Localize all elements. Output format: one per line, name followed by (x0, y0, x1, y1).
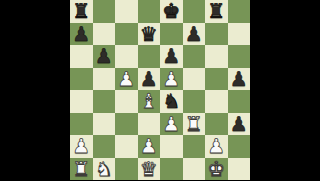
square-d2[interactable]: ♟ (138, 135, 161, 158)
square-d7[interactable]: ♛ (138, 23, 161, 46)
square-c7[interactable] (115, 23, 138, 46)
square-f8[interactable] (183, 0, 206, 23)
square-f7[interactable]: ♟ (183, 23, 206, 46)
square-f2[interactable] (183, 135, 206, 158)
square-f5[interactable] (183, 68, 206, 91)
square-g5[interactable] (205, 68, 228, 91)
square-b4[interactable] (93, 90, 116, 113)
square-h2[interactable] (228, 135, 251, 158)
white-pawn-piece: ♟ (162, 112, 180, 135)
black-rook-piece: ♜ (207, 0, 225, 22)
square-d1[interactable]: ♛ (138, 158, 161, 181)
square-c8[interactable] (115, 0, 138, 23)
black-pawn-piece: ♟ (230, 112, 248, 135)
square-g4[interactable] (205, 90, 228, 113)
square-h3[interactable]: ♟ (228, 113, 251, 136)
square-b1[interactable]: ♞ (93, 158, 116, 181)
square-h6[interactable] (228, 45, 251, 68)
square-b7[interactable] (93, 23, 116, 46)
square-b3[interactable] (93, 113, 116, 136)
white-king-piece: ♚ (207, 157, 225, 180)
white-pawn-piece: ♟ (207, 135, 225, 158)
black-pawn-piece: ♟ (162, 45, 180, 68)
square-g6[interactable] (205, 45, 228, 68)
square-e5[interactable]: ♟ (160, 68, 183, 91)
square-h1[interactable] (228, 158, 251, 181)
square-b8[interactable] (93, 0, 116, 23)
letterbox-right (250, 0, 320, 180)
black-rook-piece: ♜ (72, 0, 90, 22)
white-pawn-piece: ♟ (117, 67, 135, 90)
square-a2[interactable]: ♟ (70, 135, 93, 158)
square-a4[interactable] (70, 90, 93, 113)
square-b6[interactable]: ♟ (93, 45, 116, 68)
square-e2[interactable] (160, 135, 183, 158)
square-d5[interactable]: ♟ (138, 68, 161, 91)
white-bishop-piece: ♝ (140, 90, 158, 113)
white-pawn-piece: ♟ (140, 135, 158, 158)
square-c5[interactable]: ♟ (115, 68, 138, 91)
square-a3[interactable] (70, 113, 93, 136)
square-c4[interactable] (115, 90, 138, 113)
white-knight-piece: ♞ (95, 157, 113, 180)
black-queen-piece: ♛ (140, 22, 158, 45)
chess-board: ♜♚♜♟♛♟♟♟♟♟♟♟♝♞♟♜♟♟♟♟♜♞♛♚ (70, 0, 250, 180)
square-h8[interactable] (228, 0, 251, 23)
square-c1[interactable] (115, 158, 138, 181)
black-pawn-piece: ♟ (185, 22, 203, 45)
letterbox-left (0, 0, 70, 180)
white-pawn-piece: ♟ (162, 67, 180, 90)
square-g8[interactable]: ♜ (205, 0, 228, 23)
square-h5[interactable]: ♟ (228, 68, 251, 91)
black-pawn-piece: ♟ (95, 45, 113, 68)
square-d4[interactable]: ♝ (138, 90, 161, 113)
white-queen-piece: ♛ (140, 157, 158, 180)
square-e6[interactable]: ♟ (160, 45, 183, 68)
square-e3[interactable]: ♟ (160, 113, 183, 136)
black-king-piece: ♚ (162, 0, 180, 22)
square-g1[interactable]: ♚ (205, 158, 228, 181)
square-a6[interactable] (70, 45, 93, 68)
square-c3[interactable] (115, 113, 138, 136)
chess-board-container: ♜♚♜♟♛♟♟♟♟♟♟♟♝♞♟♜♟♟♟♟♜♞♛♚ (70, 0, 250, 180)
square-c2[interactable] (115, 135, 138, 158)
square-c6[interactable] (115, 45, 138, 68)
square-h4[interactable] (228, 90, 251, 113)
square-e8[interactable]: ♚ (160, 0, 183, 23)
square-a8[interactable]: ♜ (70, 0, 93, 23)
square-e1[interactable] (160, 158, 183, 181)
square-f3[interactable]: ♜ (183, 113, 206, 136)
square-a5[interactable] (70, 68, 93, 91)
square-d8[interactable] (138, 0, 161, 23)
square-g3[interactable] (205, 113, 228, 136)
square-f1[interactable] (183, 158, 206, 181)
square-a1[interactable]: ♜ (70, 158, 93, 181)
black-pawn-piece: ♟ (230, 67, 248, 90)
white-rook-piece: ♜ (72, 157, 90, 180)
square-d3[interactable] (138, 113, 161, 136)
square-f6[interactable] (183, 45, 206, 68)
black-pawn-piece: ♟ (72, 22, 90, 45)
black-knight-piece: ♞ (162, 90, 180, 113)
white-pawn-piece: ♟ (72, 135, 90, 158)
square-b5[interactable] (93, 68, 116, 91)
white-rook-piece: ♜ (185, 112, 203, 135)
square-d6[interactable] (138, 45, 161, 68)
square-g7[interactable] (205, 23, 228, 46)
square-f4[interactable] (183, 90, 206, 113)
black-pawn-piece: ♟ (140, 67, 158, 90)
square-e4[interactable]: ♞ (160, 90, 183, 113)
square-h7[interactable] (228, 23, 251, 46)
square-a7[interactable]: ♟ (70, 23, 93, 46)
square-b2[interactable] (93, 135, 116, 158)
square-e7[interactable] (160, 23, 183, 46)
square-g2[interactable]: ♟ (205, 135, 228, 158)
